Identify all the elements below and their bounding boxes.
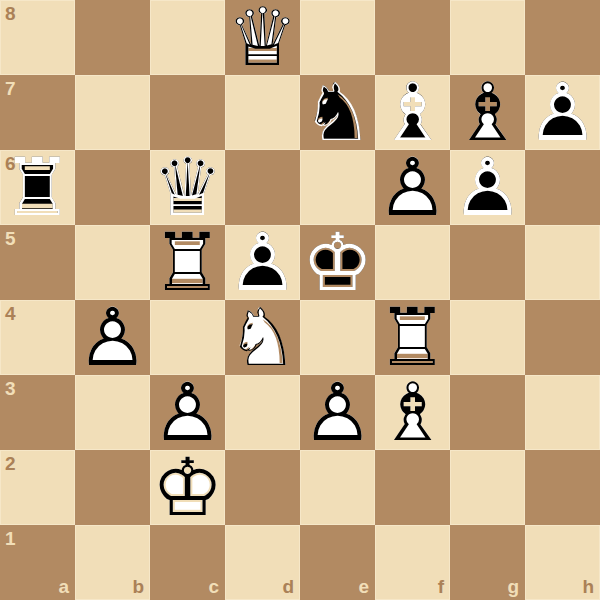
square-c8[interactable] [150, 0, 225, 75]
square-b2[interactable] [75, 450, 150, 525]
square-h1[interactable]: h [525, 525, 600, 600]
piece-line-layer: ♗ [375, 375, 450, 450]
square-d2[interactable] [225, 450, 300, 525]
square-e7[interactable]: ♞♘ [300, 75, 375, 150]
square-d3[interactable] [225, 375, 300, 450]
square-d8[interactable]: ♛♕ [225, 0, 300, 75]
piece-line-layer: ♙ [150, 375, 225, 450]
square-d6[interactable] [225, 150, 300, 225]
rank-label-8: 8 [5, 3, 16, 25]
square-g6[interactable]: ♟︎♙ [450, 150, 525, 225]
square-f7[interactable]: ♝♗ [375, 75, 450, 150]
file-label-f: f [438, 576, 444, 598]
white-queen[interactable]: ♛♕ [225, 0, 300, 75]
square-d5[interactable]: ♟︎♙ [225, 225, 300, 300]
square-c1[interactable]: c [150, 525, 225, 600]
square-b5[interactable] [75, 225, 150, 300]
square-f2[interactable] [375, 450, 450, 525]
square-b6[interactable] [75, 150, 150, 225]
white-pawn[interactable]: ♟︎♙ [150, 375, 225, 450]
file-label-b: b [132, 576, 144, 598]
square-c4[interactable] [150, 300, 225, 375]
square-f4[interactable]: ♜♖ [375, 300, 450, 375]
square-a7[interactable]: 7 [0, 75, 75, 150]
square-a2[interactable]: 2 [0, 450, 75, 525]
file-label-e: e [358, 576, 369, 598]
square-g3[interactable] [450, 375, 525, 450]
square-c2[interactable]: ♚♔ [150, 450, 225, 525]
square-g5[interactable] [450, 225, 525, 300]
white-pawn[interactable]: ♟︎♙ [300, 375, 375, 450]
rank-label-2: 2 [5, 453, 16, 475]
piece-line-layer: ♙ [75, 300, 150, 375]
square-d1[interactable]: d [225, 525, 300, 600]
piece-line-layer: ♖ [0, 150, 75, 225]
square-c3[interactable]: ♟︎♙ [150, 375, 225, 450]
square-a6[interactable]: 6♜♖ [0, 150, 75, 225]
piece-line-layer: ♙ [450, 150, 525, 225]
square-h8[interactable] [525, 0, 600, 75]
square-e3[interactable]: ♟︎♙ [300, 375, 375, 450]
white-rook[interactable]: ♜♖ [150, 225, 225, 300]
white-bishop[interactable]: ♝♗ [375, 375, 450, 450]
white-knight[interactable]: ♞♘ [225, 300, 300, 375]
black-pawn[interactable]: ♟︎♙ [525, 75, 600, 150]
file-label-c: c [208, 576, 219, 598]
square-e4[interactable] [300, 300, 375, 375]
black-queen[interactable]: ♛♕ [150, 150, 225, 225]
square-g7[interactable]: ♝♗ [450, 75, 525, 150]
piece-line-layer: ♖ [150, 225, 225, 300]
square-e5[interactable]: ♚♔ [300, 225, 375, 300]
chess-board: 8♛♕7♞♘♝♗♝♗♟︎♙6♜♖♛♕♟︎♙♟︎♙5♜♖♟︎♙♚♔4♟︎♙♞♘♜♖… [0, 0, 600, 600]
square-b7[interactable] [75, 75, 150, 150]
square-g2[interactable] [450, 450, 525, 525]
board-grid: 8♛♕7♞♘♝♗♝♗♟︎♙6♜♖♛♕♟︎♙♟︎♙5♜♖♟︎♙♚♔4♟︎♙♞♘♜♖… [0, 0, 600, 600]
square-h7[interactable]: ♟︎♙ [525, 75, 600, 150]
square-d7[interactable] [225, 75, 300, 150]
square-h6[interactable] [525, 150, 600, 225]
file-label-d: d [282, 576, 294, 598]
piece-line-layer: ♔ [300, 225, 375, 300]
piece-line-layer: ♖ [375, 300, 450, 375]
white-king[interactable]: ♚♔ [150, 450, 225, 525]
square-g1[interactable]: g [450, 525, 525, 600]
square-f1[interactable]: f [375, 525, 450, 600]
rank-label-7: 7 [5, 78, 16, 100]
square-c6[interactable]: ♛♕ [150, 150, 225, 225]
square-b8[interactable] [75, 0, 150, 75]
square-a8[interactable]: 8 [0, 0, 75, 75]
white-pawn[interactable]: ♟︎♙ [375, 150, 450, 225]
square-e2[interactable] [300, 450, 375, 525]
rank-label-1: 1 [5, 528, 16, 550]
file-label-h: h [582, 576, 594, 598]
square-c5[interactable]: ♜♖ [150, 225, 225, 300]
square-d4[interactable]: ♞♘ [225, 300, 300, 375]
piece-line-layer: ♙ [225, 225, 300, 300]
piece-line-layer: ♘ [225, 300, 300, 375]
black-rook[interactable]: ♜♖ [0, 150, 75, 225]
square-a5[interactable]: 5 [0, 225, 75, 300]
square-a4[interactable]: 4 [0, 300, 75, 375]
piece-line-layer: ♙ [525, 75, 600, 150]
rank-label-3: 3 [5, 378, 16, 400]
square-c7[interactable] [150, 75, 225, 150]
square-b4[interactable]: ♟︎♙ [75, 300, 150, 375]
black-king[interactable]: ♚♔ [300, 225, 375, 300]
square-f3[interactable]: ♝♗ [375, 375, 450, 450]
square-f6[interactable]: ♟︎♙ [375, 150, 450, 225]
square-a1[interactable]: 1a [0, 525, 75, 600]
square-g8[interactable] [450, 0, 525, 75]
square-e8[interactable] [300, 0, 375, 75]
piece-line-layer: ♕ [225, 0, 300, 75]
piece-line-layer: ♗ [450, 75, 525, 150]
white-rook[interactable]: ♜♖ [375, 300, 450, 375]
rank-label-4: 4 [5, 303, 16, 325]
black-bishop[interactable]: ♝♗ [375, 75, 450, 150]
square-f8[interactable] [375, 0, 450, 75]
piece-line-layer: ♙ [375, 150, 450, 225]
black-pawn[interactable]: ♟︎♙ [450, 150, 525, 225]
piece-line-layer: ♕ [150, 150, 225, 225]
square-f5[interactable] [375, 225, 450, 300]
square-h3[interactable] [525, 375, 600, 450]
piece-line-layer: ♗ [375, 75, 450, 150]
square-e6[interactable] [300, 150, 375, 225]
square-e1[interactable]: e [300, 525, 375, 600]
black-pawn[interactable]: ♟︎♙ [225, 225, 300, 300]
square-a3[interactable]: 3 [0, 375, 75, 450]
square-b1[interactable]: b [75, 525, 150, 600]
square-h2[interactable] [525, 450, 600, 525]
piece-line-layer: ♘ [300, 75, 375, 150]
square-h5[interactable] [525, 225, 600, 300]
white-bishop[interactable]: ♝♗ [450, 75, 525, 150]
square-g4[interactable] [450, 300, 525, 375]
black-knight[interactable]: ♞♘ [300, 75, 375, 150]
rank-label-5: 5 [5, 228, 16, 250]
square-b3[interactable] [75, 375, 150, 450]
white-pawn[interactable]: ♟︎♙ [75, 300, 150, 375]
piece-line-layer: ♔ [150, 450, 225, 525]
file-label-a: a [58, 576, 69, 598]
square-h4[interactable] [525, 300, 600, 375]
file-label-g: g [507, 576, 519, 598]
piece-line-layer: ♙ [300, 375, 375, 450]
